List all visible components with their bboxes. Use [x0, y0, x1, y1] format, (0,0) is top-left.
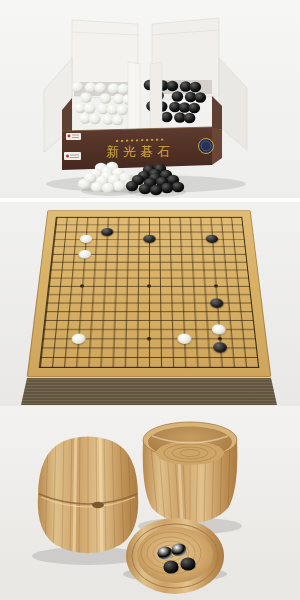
white-stone	[157, 546, 172, 559]
go-board	[27, 210, 272, 377]
go-stone-white	[212, 324, 226, 334]
bowls-photo	[0, 406, 300, 600]
black-stone	[163, 560, 178, 573]
star-point	[214, 284, 218, 287]
go-stone-white	[79, 235, 92, 243]
board-grid	[39, 217, 260, 368]
go-stone-white	[177, 333, 191, 343]
go-stone-black	[210, 298, 224, 308]
stones-box-photo: 新光碁石	[0, 0, 300, 198]
go-stone-black	[143, 235, 155, 243]
go-stone-white	[78, 250, 91, 259]
star-point	[147, 337, 151, 340]
white-stone	[171, 543, 186, 556]
go-set-collage: 新光碁石	[0, 0, 300, 600]
star-point	[147, 284, 151, 287]
round-badge	[199, 139, 214, 154]
box-label-title: 新光碁石	[106, 144, 174, 159]
black-stone	[180, 557, 195, 570]
go-stone-white	[71, 333, 86, 343]
board-photo	[0, 202, 300, 406]
box-front-panel: 新光碁石	[62, 127, 222, 170]
go-stone-black	[206, 235, 219, 243]
star-point	[217, 337, 221, 340]
go-stone-black	[101, 228, 114, 236]
star-point	[80, 284, 84, 287]
lid-notch	[92, 502, 104, 508]
go-stone-black	[213, 343, 228, 354]
